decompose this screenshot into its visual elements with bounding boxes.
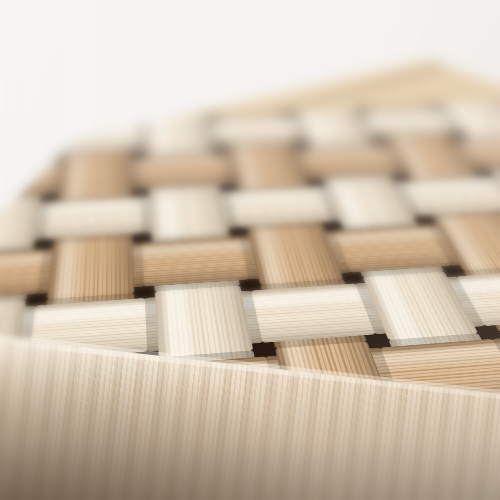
weave-cell [145,285,265,358]
weave-strip-vertical [0,124,52,162]
weave-strip-horizontal [0,127,59,159]
weave-cell [44,192,142,244]
weave-cell [0,158,55,203]
weave-strip-horizontal [138,153,228,189]
weave-strip-vertical [58,154,131,198]
weave-cell [138,149,228,192]
photo-of-woven-tray [0,0,500,500]
weave-strip-vertical [148,187,229,238]
weave-strip-horizontal [55,123,138,154]
weave-cell [140,187,238,238]
weave-strip-vertical [0,197,41,250]
weave-strip-vertical [155,285,254,358]
weave-strip-horizontal [229,186,333,227]
weave-cell [220,145,315,187]
weave-cell [142,232,250,292]
weave-strip-vertical [47,238,135,300]
weave-cell [0,197,50,250]
weave-cell [37,238,145,300]
weave-strip-horizontal [0,161,55,198]
weave-strip-horizontal [142,236,250,286]
weave-cell [229,182,333,232]
weave-strip-horizontal [44,196,142,239]
weave-cell [55,120,138,158]
weave-strip-vertical [228,145,308,187]
weave-cell [50,154,140,198]
weave-strip-vertical [144,117,213,154]
weave-cell [0,124,59,162]
weave-cell [213,113,301,149]
weave-cell [137,117,220,154]
weave-strip-horizontal [213,116,301,146]
